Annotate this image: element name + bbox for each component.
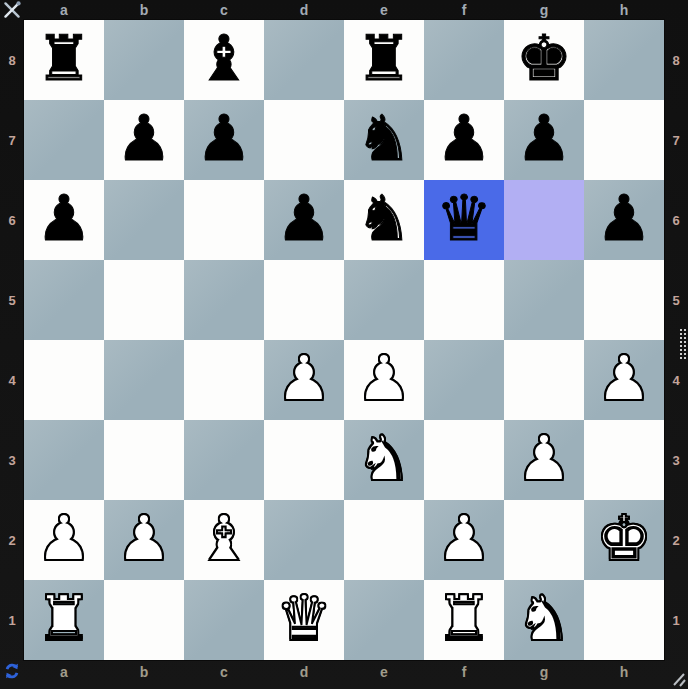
square-g2[interactable] [504,500,584,580]
piece-white-queen[interactable]: ♛ [276,587,332,650]
piece-white-pawn[interactable]: ♟ [276,347,332,410]
square-g1[interactable]: ♞ [504,580,584,660]
square-d2[interactable] [264,500,344,580]
piece-black-rook[interactable]: ♜ [36,27,92,90]
file-labels-top: abcdefgh [24,0,664,19]
file-label-bottom-d: d [264,664,344,680]
square-h6[interactable]: ♟ [584,180,664,260]
square-c8[interactable]: ♝ [184,20,264,100]
square-h7[interactable] [584,100,664,180]
rank-label-right-5: 5 [664,293,688,308]
square-h5[interactable] [584,260,664,340]
piece-black-queen[interactable]: ♛ [436,187,492,250]
piece-black-pawn[interactable]: ♟ [276,187,332,250]
piece-black-pawn[interactable]: ♟ [196,107,252,170]
rank-label-right-2: 2 [664,533,688,548]
square-f5[interactable] [424,260,504,340]
square-e8[interactable]: ♜ [344,20,424,100]
piece-black-pawn[interactable]: ♟ [116,107,172,170]
square-e1[interactable] [344,580,424,660]
file-label-top-d: d [264,2,344,18]
piece-white-pawn[interactable]: ♟ [36,507,92,570]
square-h4[interactable]: ♟ [584,340,664,420]
file-label-bottom-h: h [584,664,664,680]
file-label-bottom-e: e [344,664,424,680]
square-b6[interactable] [104,180,184,260]
file-label-top-e: e [344,2,424,18]
file-labels-bottom: abcdefgh [24,659,664,685]
file-label-bottom-b: b [104,664,184,680]
square-a7[interactable] [24,100,104,180]
piece-white-bishop[interactable]: ♝ [196,507,252,570]
rank-labels-left: 87654321 [0,20,24,660]
square-d3[interactable] [264,420,344,500]
square-e6[interactable]: ♞ [344,180,424,260]
chess-widget-frame: abcdefgh 87654321 ♜♝♜♚♟♟♞♟♟♟♟♞♛♟♟♟♟♞♟♟♟♝… [0,0,688,689]
piece-black-pawn[interactable]: ♟ [596,187,652,250]
square-b4[interactable] [104,340,184,420]
square-g5[interactable] [504,260,584,340]
rank-label-left-5: 5 [0,293,24,308]
square-c4[interactable] [184,340,264,420]
file-label-top-a: a [24,2,104,18]
square-b3[interactable] [104,420,184,500]
square-c5[interactable] [184,260,264,340]
piece-black-pawn[interactable]: ♟ [436,107,492,170]
rank-label-right-6: 6 [664,213,688,228]
square-d1[interactable]: ♛ [264,580,344,660]
piece-black-knight[interactable]: ♞ [356,107,412,170]
drag-grip[interactable] [678,327,687,359]
square-b8[interactable] [104,20,184,100]
file-label-top-f: f [424,2,504,18]
square-a5[interactable] [24,260,104,340]
rank-label-right-1: 1 [664,613,688,628]
piece-white-pawn[interactable]: ♟ [356,347,412,410]
square-b5[interactable] [104,260,184,340]
piece-white-pawn[interactable]: ♟ [596,347,652,410]
piece-black-rook[interactable]: ♜ [356,27,412,90]
square-a1[interactable]: ♜ [24,580,104,660]
piece-black-pawn[interactable]: ♟ [36,187,92,250]
square-c2[interactable]: ♝ [184,500,264,580]
rank-label-left-8: 8 [0,53,24,68]
rank-label-left-6: 6 [0,213,24,228]
square-d5[interactable] [264,260,344,340]
square-c1[interactable] [184,580,264,660]
square-h8[interactable] [584,20,664,100]
square-e2[interactable] [344,500,424,580]
square-d6[interactable]: ♟ [264,180,344,260]
file-label-top-b: b [104,2,184,18]
square-d7[interactable] [264,100,344,180]
square-h1[interactable] [584,580,664,660]
file-label-bottom-c: c [184,664,264,680]
square-h2[interactable]: ♚ [584,500,664,580]
rank-label-right-4: 4 [664,373,688,388]
piece-black-king[interactable]: ♚ [516,27,572,90]
piece-white-knight[interactable]: ♞ [356,427,412,490]
tools-icon[interactable] [2,1,22,19]
square-f2[interactable]: ♟ [424,500,504,580]
square-g4[interactable] [504,340,584,420]
piece-black-knight[interactable]: ♞ [356,187,412,250]
rank-label-right-8: 8 [664,53,688,68]
square-g8[interactable]: ♚ [504,20,584,100]
piece-white-rook[interactable]: ♜ [36,587,92,650]
square-c6[interactable] [184,180,264,260]
square-b7[interactable]: ♟ [104,100,184,180]
board: ♜♝♜♚♟♟♞♟♟♟♟♞♛♟♟♟♟♞♟♟♟♝♟♚♜♛♜♞ [24,20,664,660]
square-g3[interactable]: ♟ [504,420,584,500]
rank-label-right-7: 7 [664,133,688,148]
square-f1[interactable]: ♜ [424,580,504,660]
piece-white-rook[interactable]: ♜ [436,587,492,650]
rank-label-left-2: 2 [0,533,24,548]
square-f4[interactable] [424,340,504,420]
file-label-bottom-f: f [424,664,504,680]
piece-black-pawn[interactable]: ♟ [516,107,572,170]
square-f6[interactable]: ♛ [424,180,504,260]
square-c3[interactable] [184,420,264,500]
file-label-top-c: c [184,2,264,18]
rank-label-right-3: 3 [664,453,688,468]
piece-white-pawn[interactable]: ♟ [516,427,572,490]
square-g6[interactable] [504,180,584,260]
square-e7[interactable]: ♞ [344,100,424,180]
piece-white-pawn[interactable]: ♟ [436,507,492,570]
square-a6[interactable]: ♟ [24,180,104,260]
square-f8[interactable] [424,20,504,100]
square-d8[interactable] [264,20,344,100]
square-a3[interactable] [24,420,104,500]
file-label-top-h: h [584,2,664,18]
file-label-bottom-a: a [24,664,104,680]
rank-label-left-3: 3 [0,453,24,468]
square-f7[interactable]: ♟ [424,100,504,180]
square-e3[interactable]: ♞ [344,420,424,500]
piece-white-king[interactable]: ♚ [596,507,652,570]
square-a8[interactable]: ♜ [24,20,104,100]
square-a2[interactable]: ♟ [24,500,104,580]
square-b2[interactable]: ♟ [104,500,184,580]
piece-white-pawn[interactable]: ♟ [116,507,172,570]
file-label-top-g: g [504,2,584,18]
rank-label-left-7: 7 [0,133,24,148]
square-b1[interactable] [104,580,184,660]
file-label-bottom-g: g [504,664,584,680]
square-f3[interactable] [424,420,504,500]
square-e5[interactable] [344,260,424,340]
rank-label-left-4: 4 [0,373,24,388]
rank-label-left-1: 1 [0,613,24,628]
square-c7[interactable]: ♟ [184,100,264,180]
square-g7[interactable]: ♟ [504,100,584,180]
square-e4[interactable]: ♟ [344,340,424,420]
square-d4[interactable]: ♟ [264,340,344,420]
piece-white-knight[interactable]: ♞ [516,587,572,650]
piece-black-bishop[interactable]: ♝ [196,27,252,90]
refresh-icon[interactable] [3,662,21,680]
resize-handle-icon[interactable] [666,668,686,687]
square-a4[interactable] [24,340,104,420]
square-h3[interactable] [584,420,664,500]
